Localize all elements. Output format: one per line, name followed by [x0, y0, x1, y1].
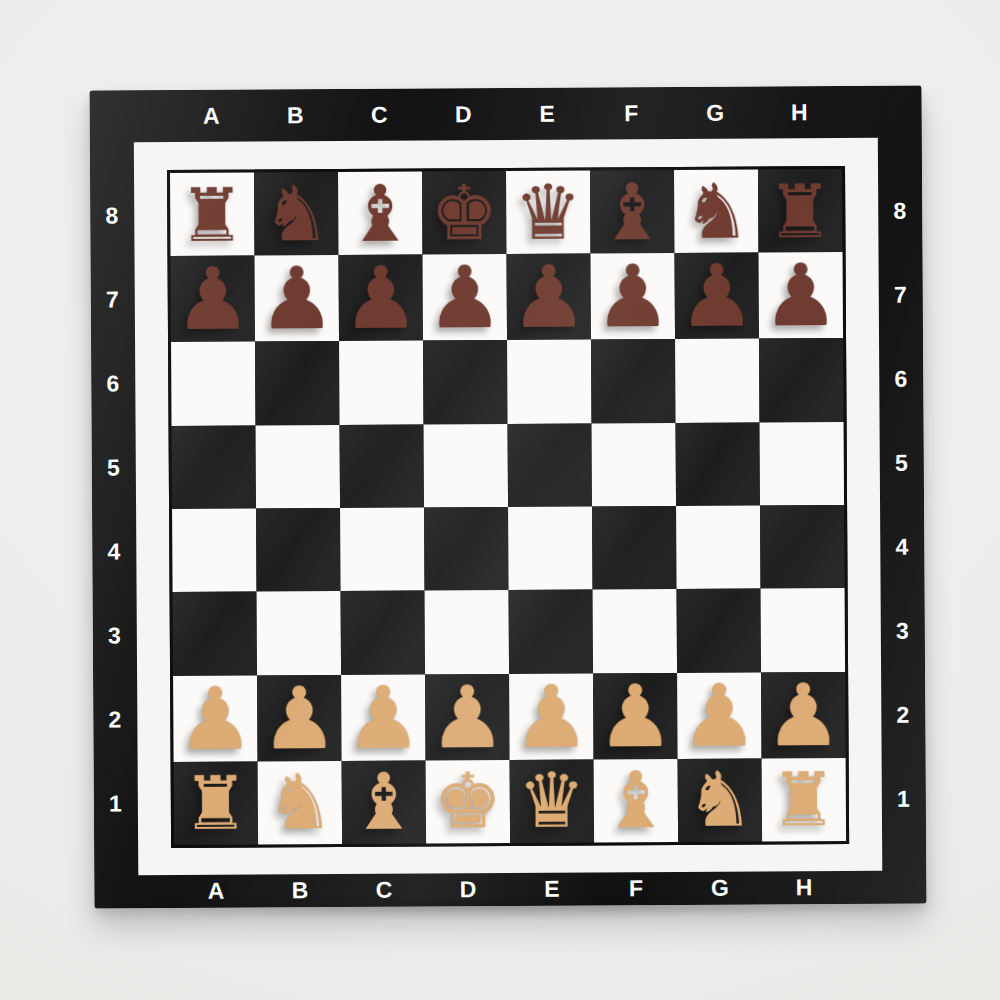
square-b8[interactable]: ♞	[254, 172, 339, 256]
square-e1[interactable]: ♛	[510, 759, 595, 843]
square-c4[interactable]	[340, 508, 425, 592]
square-b7[interactable]: ♟	[255, 255, 340, 342]
dark-knight-g8[interactable]: ♞	[682, 173, 751, 249]
square-b1[interactable]: ♞	[258, 761, 343, 845]
file-label-bottom-c: C	[342, 877, 426, 905]
square-f7[interactable]: ♟	[591, 253, 676, 340]
square-d1[interactable]: ♚	[426, 760, 511, 844]
file-labels-bottom: ABCDEFGH	[174, 871, 846, 908]
light-pawn-d2[interactable]: ♟	[429, 674, 507, 760]
rank-label-right-7: 7	[879, 281, 923, 308]
rank-label-left-3: 3	[93, 622, 137, 649]
square-e2[interactable]: ♟	[509, 673, 594, 760]
dark-king-d8[interactable]: ♚	[430, 175, 499, 251]
square-e3[interactable]	[509, 590, 594, 674]
square-f8[interactable]: ♝	[590, 170, 675, 254]
rank-label-left-5: 5	[92, 454, 136, 481]
dark-pawn-c7[interactable]: ♟	[342, 255, 420, 341]
square-b2[interactable]: ♟	[257, 675, 342, 762]
square-d5[interactable]	[424, 424, 509, 508]
square-g1[interactable]: ♞	[678, 758, 763, 842]
square-h7[interactable]: ♟	[759, 252, 844, 339]
square-a5[interactable]	[172, 425, 257, 509]
file-label-bottom-e: E	[510, 875, 594, 903]
light-pawn-e2[interactable]: ♟	[513, 673, 591, 759]
light-queen-e1[interactable]: ♛	[518, 763, 587, 839]
file-label-top-d: D	[422, 101, 506, 129]
square-f2[interactable]: ♟	[593, 673, 678, 760]
square-a4[interactable]	[172, 509, 257, 593]
photo-background: ABCDEFGH ABCDEFGH 87654321 87654321 ♜♞♝♚…	[0, 0, 1000, 1000]
rank-label-right-6: 6	[879, 365, 923, 392]
dark-pawn-d7[interactable]: ♟	[426, 254, 504, 340]
light-pawn-h2[interactable]: ♟	[765, 672, 843, 758]
square-h2[interactable]: ♟	[761, 672, 846, 759]
file-label-bottom-b: B	[258, 877, 342, 905]
square-g6[interactable]	[675, 339, 760, 423]
square-h1[interactable]: ♜	[762, 758, 847, 842]
square-a3[interactable]	[173, 592, 258, 676]
square-d6[interactable]	[423, 340, 508, 424]
rank-label-left-6: 6	[91, 370, 135, 397]
square-b6[interactable]	[255, 341, 340, 425]
square-d4[interactable]	[424, 507, 509, 591]
square-e6[interactable]	[507, 340, 592, 424]
light-pawn-a2[interactable]: ♟	[177, 675, 255, 761]
square-h4[interactable]	[760, 505, 845, 589]
square-c6[interactable]	[339, 341, 424, 425]
chessboard: ABCDEFGH ABCDEFGH 87654321 87654321 ♜♞♝♚…	[90, 85, 927, 908]
light-knight-g1[interactable]: ♞	[686, 762, 755, 838]
file-label-top-f: F	[590, 99, 674, 127]
square-c1[interactable]: ♝	[342, 760, 427, 844]
light-pawn-f2[interactable]: ♟	[597, 673, 675, 759]
rank-label-right-1: 1	[882, 785, 926, 812]
square-a6[interactable]	[171, 342, 256, 426]
square-g3[interactable]	[677, 589, 762, 673]
dark-pawn-a7[interactable]: ♟	[174, 256, 252, 342]
rank-labels-right: 87654321	[878, 168, 926, 840]
square-d8[interactable]: ♚	[422, 171, 507, 255]
file-label-top-g: G	[674, 99, 758, 127]
square-h3[interactable]	[761, 588, 846, 672]
rank-label-right-2: 2	[881, 701, 925, 728]
square-e4[interactable]	[508, 506, 593, 590]
light-pawn-b2[interactable]: ♟	[261, 675, 339, 761]
dark-pawn-h7[interactable]: ♟	[762, 252, 840, 338]
playing-area: ♜♞♝♚♛♝♞♜♟♟♟♟♟♟♟♟♟♟♟♟♟♟♟♟♜♞♝♚♛♝♞♜	[167, 166, 849, 848]
light-rook-h1[interactable]: ♜	[770, 762, 837, 836]
file-label-top-h: H	[758, 98, 842, 126]
square-g8[interactable]: ♞	[674, 169, 759, 253]
square-a1[interactable]: ♜	[174, 761, 259, 845]
rank-label-left-1: 1	[94, 790, 138, 817]
square-b5[interactable]	[256, 425, 341, 509]
square-a8[interactable]: ♜	[170, 173, 255, 257]
square-f1[interactable]: ♝	[594, 759, 679, 843]
square-c8[interactable]: ♝	[338, 172, 423, 256]
square-c7[interactable]: ♟	[339, 255, 424, 342]
square-c5[interactable]	[340, 424, 425, 508]
rank-label-left-7: 7	[91, 286, 135, 313]
dark-bishop-c8[interactable]: ♝	[345, 174, 415, 252]
file-label-top-c: C	[338, 101, 422, 129]
dark-pawn-b7[interactable]: ♟	[258, 255, 336, 341]
light-bishop-c1[interactable]: ♝	[349, 763, 419, 841]
rank-label-right-4: 4	[880, 533, 924, 560]
dark-bishop-f8[interactable]: ♝	[597, 173, 667, 251]
file-label-bottom-d: D	[426, 876, 510, 904]
rank-label-left-2: 2	[93, 706, 137, 733]
file-label-bottom-f: F	[594, 875, 678, 903]
file-label-top-e: E	[506, 100, 590, 128]
square-g4[interactable]	[676, 505, 761, 589]
light-knight-b1[interactable]: ♞	[266, 764, 335, 840]
rank-label-right-8: 8	[878, 197, 922, 224]
dark-rook-h8[interactable]: ♜	[767, 174, 834, 248]
square-a7[interactable]: ♟	[171, 256, 256, 343]
dark-pawn-g7[interactable]: ♟	[678, 253, 756, 339]
rank-labels-left: 87654321	[90, 173, 138, 845]
rank-label-left-8: 8	[90, 202, 134, 229]
light-pawn-c2[interactable]: ♟	[345, 674, 423, 760]
light-rook-a1[interactable]: ♜	[182, 766, 249, 840]
dark-rook-a8[interactable]: ♜	[179, 177, 246, 251]
file-label-top-b: B	[254, 102, 338, 130]
square-f4[interactable]	[592, 506, 677, 590]
square-b3[interactable]	[257, 591, 342, 675]
dark-pawn-e7[interactable]: ♟	[510, 254, 588, 340]
file-label-top-a: A	[170, 102, 254, 130]
square-f5[interactable]	[592, 423, 677, 507]
file-label-bottom-a: A	[174, 878, 258, 906]
square-d3[interactable]	[425, 590, 510, 674]
square-h5[interactable]	[760, 422, 845, 506]
square-d7[interactable]: ♟	[423, 254, 508, 341]
file-label-bottom-h: H	[762, 874, 846, 902]
square-c3[interactable]	[341, 591, 426, 675]
square-c2[interactable]: ♟	[341, 674, 426, 761]
file-label-bottom-g: G	[678, 874, 762, 902]
square-e7[interactable]: ♟	[507, 254, 592, 341]
dark-knight-b8[interactable]: ♞	[262, 176, 331, 252]
square-g7[interactable]: ♟	[675, 253, 760, 340]
light-pawn-g2[interactable]: ♟	[681, 672, 759, 758]
file-labels-top: ABCDEFGH	[170, 86, 842, 142]
square-e8[interactable]: ♛	[506, 170, 591, 254]
square-b4[interactable]	[256, 508, 341, 592]
square-g2[interactable]: ♟	[677, 672, 762, 759]
dark-queen-e8[interactable]: ♛	[514, 174, 583, 250]
rank-label-left-4: 4	[92, 538, 136, 565]
square-h8[interactable]: ♜	[758, 169, 843, 253]
rank-label-right-3: 3	[881, 617, 925, 644]
square-f3[interactable]	[593, 589, 678, 673]
light-king-d1[interactable]: ♚	[434, 763, 503, 839]
square-e5[interactable]	[508, 423, 593, 507]
light-bishop-f1[interactable]: ♝	[601, 761, 671, 839]
square-a2[interactable]: ♟	[173, 675, 258, 762]
square-d2[interactable]: ♟	[425, 674, 510, 761]
dark-pawn-f7[interactable]: ♟	[594, 253, 672, 339]
square-f6[interactable]	[591, 339, 676, 423]
square-g5[interactable]	[676, 422, 761, 506]
square-h6[interactable]	[759, 338, 844, 422]
rank-label-right-5: 5	[880, 449, 924, 476]
